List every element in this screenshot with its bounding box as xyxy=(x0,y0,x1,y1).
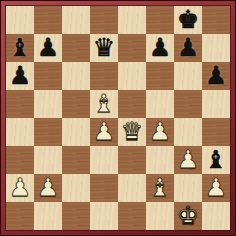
black-pawn-a6[interactable]: ♟ xyxy=(9,63,31,88)
square-c4[interactable] xyxy=(62,118,90,146)
black-pawn-h6[interactable]: ♟ xyxy=(205,63,227,88)
square-h2[interactable]: ♟ xyxy=(202,174,230,202)
square-e4[interactable]: ♛ xyxy=(118,118,146,146)
square-f3[interactable] xyxy=(146,146,174,174)
square-d6[interactable] xyxy=(90,62,118,90)
black-pawn-f7[interactable]: ♟ xyxy=(149,35,171,60)
square-g6[interactable] xyxy=(174,62,202,90)
white-queen-e4[interactable]: ♛ xyxy=(121,119,143,144)
square-g1[interactable]: ♚ xyxy=(174,202,202,230)
square-e2[interactable] xyxy=(118,174,146,202)
square-c8[interactable] xyxy=(62,6,90,34)
square-a6[interactable]: ♟ xyxy=(6,62,34,90)
square-a7[interactable]: ♝ xyxy=(6,34,34,62)
square-d8[interactable] xyxy=(90,6,118,34)
square-b2[interactable]: ♟ xyxy=(34,174,62,202)
square-c7[interactable] xyxy=(62,34,90,62)
square-e6[interactable] xyxy=(118,62,146,90)
square-h5[interactable] xyxy=(202,90,230,118)
white-pawn-g3[interactable]: ♟ xyxy=(177,147,199,172)
black-bishop-h3[interactable]: ♝ xyxy=(205,147,227,172)
square-b1[interactable] xyxy=(34,202,62,230)
square-d3[interactable] xyxy=(90,146,118,174)
board-frame: ♚♝♟♛♟♟♟♟♝♟♛♟♟♝♟♟♝♟♚ xyxy=(0,0,236,236)
square-h8[interactable] xyxy=(202,6,230,34)
square-g5[interactable] xyxy=(174,90,202,118)
square-b8[interactable] xyxy=(34,6,62,34)
white-bishop-d5[interactable]: ♝ xyxy=(93,91,115,116)
square-d5[interactable]: ♝ xyxy=(90,90,118,118)
square-f8[interactable] xyxy=(146,6,174,34)
square-c5[interactable] xyxy=(62,90,90,118)
square-d7[interactable]: ♛ xyxy=(90,34,118,62)
square-c2[interactable] xyxy=(62,174,90,202)
square-h3[interactable]: ♝ xyxy=(202,146,230,174)
square-a4[interactable] xyxy=(6,118,34,146)
square-g4[interactable] xyxy=(174,118,202,146)
square-a5[interactable] xyxy=(6,90,34,118)
square-g3[interactable]: ♟ xyxy=(174,146,202,174)
square-c1[interactable] xyxy=(62,202,90,230)
square-f7[interactable]: ♟ xyxy=(146,34,174,62)
black-bishop-a7[interactable]: ♝ xyxy=(9,35,31,60)
black-king-g8[interactable]: ♚ xyxy=(177,7,199,32)
square-b3[interactable] xyxy=(34,146,62,174)
square-e1[interactable] xyxy=(118,202,146,230)
square-e3[interactable] xyxy=(118,146,146,174)
square-e5[interactable] xyxy=(118,90,146,118)
square-e7[interactable] xyxy=(118,34,146,62)
white-pawn-h2[interactable]: ♟ xyxy=(205,175,227,200)
square-a8[interactable] xyxy=(6,6,34,34)
square-g8[interactable]: ♚ xyxy=(174,6,202,34)
white-king-g1[interactable]: ♚ xyxy=(177,203,199,228)
square-b4[interactable] xyxy=(34,118,62,146)
square-d4[interactable]: ♟ xyxy=(90,118,118,146)
chess-board: ♚♝♟♛♟♟♟♟♝♟♛♟♟♝♟♟♝♟♚ xyxy=(6,6,230,230)
white-bishop-f2[interactable]: ♝ xyxy=(149,175,171,200)
black-queen-d7[interactable]: ♛ xyxy=(93,35,115,60)
black-pawn-g7[interactable]: ♟ xyxy=(177,35,199,60)
square-e8[interactable] xyxy=(118,6,146,34)
square-g2[interactable] xyxy=(174,174,202,202)
square-f4[interactable]: ♟ xyxy=(146,118,174,146)
square-h7[interactable] xyxy=(202,34,230,62)
square-h6[interactable]: ♟ xyxy=(202,62,230,90)
square-b5[interactable] xyxy=(34,90,62,118)
white-pawn-b2[interactable]: ♟ xyxy=(37,175,59,200)
square-f2[interactable]: ♝ xyxy=(146,174,174,202)
square-f1[interactable] xyxy=(146,202,174,230)
square-c6[interactable] xyxy=(62,62,90,90)
square-g7[interactable]: ♟ xyxy=(174,34,202,62)
square-h1[interactable] xyxy=(202,202,230,230)
square-a1[interactable] xyxy=(6,202,34,230)
square-h4[interactable] xyxy=(202,118,230,146)
square-a2[interactable]: ♟ xyxy=(6,174,34,202)
square-b7[interactable]: ♟ xyxy=(34,34,62,62)
white-pawn-d4[interactable]: ♟ xyxy=(93,119,115,144)
white-pawn-a2[interactable]: ♟ xyxy=(9,175,31,200)
square-a3[interactable] xyxy=(6,146,34,174)
square-c3[interactable] xyxy=(62,146,90,174)
white-pawn-f4[interactable]: ♟ xyxy=(149,119,171,144)
square-f6[interactable] xyxy=(146,62,174,90)
square-d2[interactable] xyxy=(90,174,118,202)
square-f5[interactable] xyxy=(146,90,174,118)
square-d1[interactable] xyxy=(90,202,118,230)
black-pawn-b7[interactable]: ♟ xyxy=(37,35,59,60)
square-b6[interactable] xyxy=(34,62,62,90)
